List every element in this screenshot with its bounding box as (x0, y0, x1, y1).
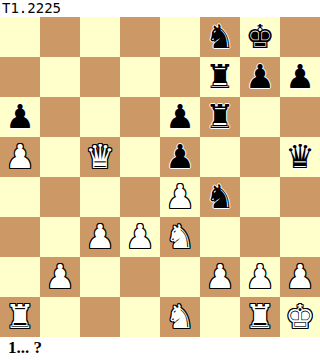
black-rook[interactable]: ♜ (205, 97, 235, 137)
white-pawn[interactable]: ♟ (285, 257, 315, 297)
white-rook[interactable]: ♜ (5, 297, 35, 337)
square-d8[interactable] (120, 17, 160, 57)
square-g8[interactable]: ♚ (240, 17, 280, 57)
puzzle-id: T1.2225 (0, 0, 320, 17)
square-g3[interactable] (240, 217, 280, 257)
white-pawn[interactable]: ♟ (85, 217, 115, 257)
white-pawn[interactable]: ♟ (245, 257, 275, 297)
square-g7[interactable]: ♟ (240, 57, 280, 97)
black-rook[interactable]: ♜ (205, 57, 235, 97)
square-c4[interactable] (80, 177, 120, 217)
square-d6[interactable] (120, 97, 160, 137)
white-queen[interactable]: ♛ (85, 137, 115, 177)
square-e3[interactable]: ♞ (160, 217, 200, 257)
square-c6[interactable] (80, 97, 120, 137)
square-f8[interactable]: ♞ (200, 17, 240, 57)
square-b8[interactable] (40, 17, 80, 57)
square-a8[interactable] (0, 17, 40, 57)
square-f4[interactable]: ♞ (200, 177, 240, 217)
square-b6[interactable] (40, 97, 80, 137)
white-pawn[interactable]: ♟ (5, 137, 35, 177)
move-prompt: 1... ? (0, 337, 320, 360)
white-rook[interactable]: ♜ (245, 297, 275, 337)
square-c1[interactable] (80, 297, 120, 337)
black-pawn[interactable]: ♟ (165, 137, 195, 177)
black-pawn[interactable]: ♟ (165, 97, 195, 137)
square-d7[interactable] (120, 57, 160, 97)
black-pawn[interactable]: ♟ (245, 57, 275, 97)
white-pawn[interactable]: ♟ (205, 257, 235, 297)
square-a3[interactable] (0, 217, 40, 257)
square-a5[interactable]: ♟ (0, 137, 40, 177)
square-d3[interactable]: ♟ (120, 217, 160, 257)
white-knight[interactable]: ♞ (165, 297, 195, 337)
square-b1[interactable] (40, 297, 80, 337)
square-f7[interactable]: ♜ (200, 57, 240, 97)
black-knight[interactable]: ♞ (205, 17, 235, 57)
square-h4[interactable] (280, 177, 320, 217)
square-d1[interactable] (120, 297, 160, 337)
black-knight[interactable]: ♞ (205, 177, 235, 217)
square-g6[interactable] (240, 97, 280, 137)
square-c3[interactable]: ♟ (80, 217, 120, 257)
square-e7[interactable] (160, 57, 200, 97)
square-b5[interactable] (40, 137, 80, 177)
square-c2[interactable] (80, 257, 120, 297)
square-d4[interactable] (120, 177, 160, 217)
square-e1[interactable]: ♞ (160, 297, 200, 337)
square-c5[interactable]: ♛ (80, 137, 120, 177)
square-h1[interactable]: ♚ (280, 297, 320, 337)
square-h6[interactable] (280, 97, 320, 137)
white-knight[interactable]: ♞ (165, 217, 195, 257)
black-king[interactable]: ♚ (245, 17, 275, 57)
square-a6[interactable]: ♟ (0, 97, 40, 137)
square-h3[interactable] (280, 217, 320, 257)
square-h8[interactable] (280, 17, 320, 57)
square-f3[interactable] (200, 217, 240, 257)
square-b7[interactable] (40, 57, 80, 97)
square-a7[interactable] (0, 57, 40, 97)
square-b3[interactable] (40, 217, 80, 257)
white-king[interactable]: ♚ (285, 297, 315, 337)
square-d5[interactable] (120, 137, 160, 177)
square-f2[interactable]: ♟ (200, 257, 240, 297)
square-f6[interactable]: ♜ (200, 97, 240, 137)
square-c7[interactable] (80, 57, 120, 97)
black-pawn[interactable]: ♟ (5, 97, 35, 137)
square-g1[interactable]: ♜ (240, 297, 280, 337)
white-pawn[interactable]: ♟ (125, 217, 155, 257)
square-d2[interactable] (120, 257, 160, 297)
chess-board: ♞♚♜♟♟♟♟♜♟♛♟♛♟♞♟♟♞♟♟♟♟♜♞♜♚ (0, 17, 320, 337)
square-e5[interactable]: ♟ (160, 137, 200, 177)
square-f5[interactable] (200, 137, 240, 177)
square-e4[interactable]: ♟ (160, 177, 200, 217)
black-queen[interactable]: ♛ (285, 137, 315, 177)
square-f1[interactable] (200, 297, 240, 337)
square-g5[interactable] (240, 137, 280, 177)
square-h7[interactable]: ♟ (280, 57, 320, 97)
square-g2[interactable]: ♟ (240, 257, 280, 297)
square-h5[interactable]: ♛ (280, 137, 320, 177)
square-g4[interactable] (240, 177, 280, 217)
square-e2[interactable] (160, 257, 200, 297)
square-b2[interactable]: ♟ (40, 257, 80, 297)
square-c8[interactable] (80, 17, 120, 57)
square-a4[interactable] (0, 177, 40, 217)
square-e8[interactable] (160, 17, 200, 57)
white-pawn[interactable]: ♟ (45, 257, 75, 297)
square-h2[interactable]: ♟ (280, 257, 320, 297)
square-e6[interactable]: ♟ (160, 97, 200, 137)
square-b4[interactable] (40, 177, 80, 217)
black-pawn[interactable]: ♟ (285, 57, 315, 97)
white-pawn[interactable]: ♟ (165, 177, 195, 217)
square-a1[interactable]: ♜ (0, 297, 40, 337)
square-a2[interactable] (0, 257, 40, 297)
